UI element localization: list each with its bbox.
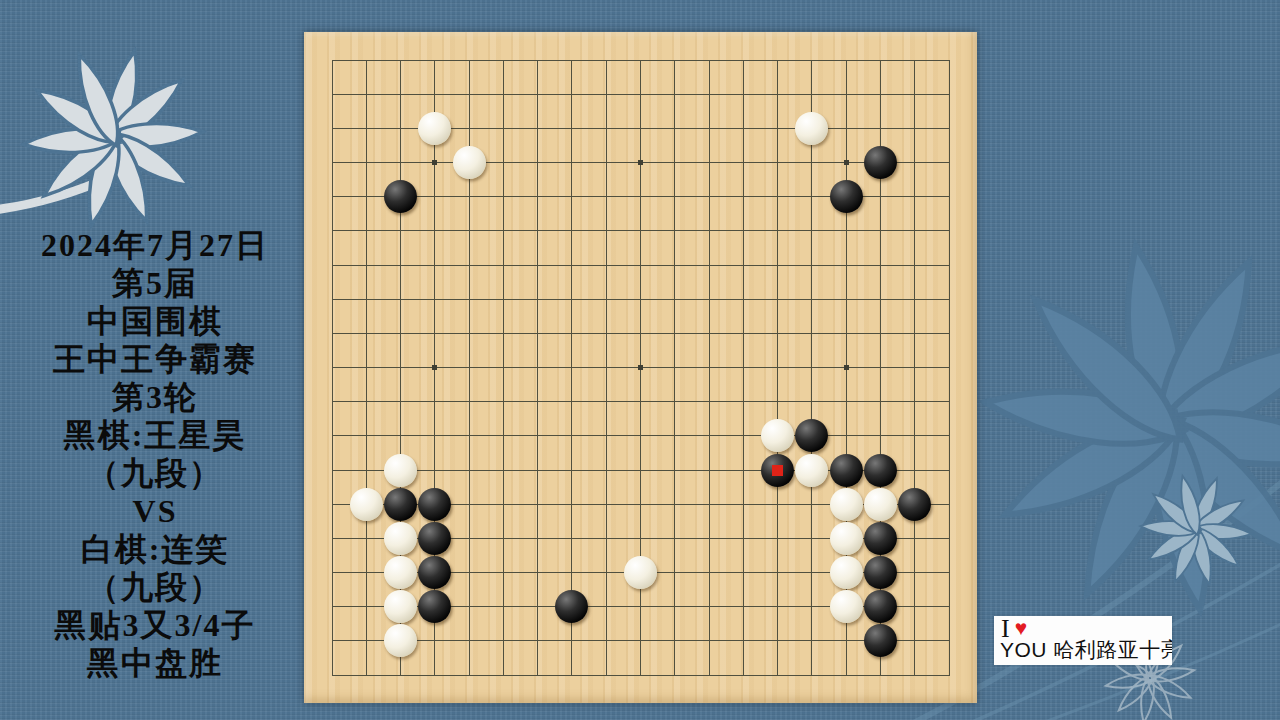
grid-line-horizontal xyxy=(332,265,950,266)
stone-black: ● xyxy=(864,556,897,589)
grid-line-horizontal xyxy=(332,401,950,402)
flower-small xyxy=(1124,458,1268,603)
stone-black: ● xyxy=(418,590,451,623)
star-point xyxy=(844,160,849,165)
stone-white: ○ xyxy=(761,419,794,452)
game-info-panel: 2024年7月27日 第5届 中国围棋 王中王争霸赛 第3轮 黑棋:王星昊 （九… xyxy=(4,226,306,682)
flower-top-left xyxy=(5,29,222,247)
flower-petal xyxy=(1140,519,1202,538)
info-komi: 黑贴3又3/4子 xyxy=(4,606,306,644)
flower-petal xyxy=(982,379,1188,454)
stone-white: ○ xyxy=(830,590,863,623)
stone-black: ● xyxy=(864,522,897,555)
stone-white: ○ xyxy=(830,556,863,589)
flower-petal xyxy=(68,50,126,150)
grid-line-vertical xyxy=(709,60,710,676)
flower-petal xyxy=(1019,283,1197,457)
stone-black: ● xyxy=(555,590,588,623)
stone-black: ● xyxy=(384,488,417,521)
flower-petal xyxy=(1145,521,1204,565)
info-black-player: 黑棋:王星昊 xyxy=(4,416,306,454)
flower-stem xyxy=(0,176,112,210)
flower-petal xyxy=(1168,523,1204,585)
stone-white: ○ xyxy=(795,454,828,487)
flower-petal xyxy=(37,124,127,205)
stone-white: ○ xyxy=(384,522,417,555)
stone-white: ○ xyxy=(350,488,383,521)
stone-white: ○ xyxy=(864,488,897,521)
grid-line-vertical xyxy=(332,60,333,676)
info-event1: 第5届 xyxy=(4,264,306,302)
flower-petal xyxy=(99,126,157,226)
grid-line-horizontal xyxy=(332,435,950,436)
flower-petal xyxy=(1105,672,1155,692)
grid-line-vertical xyxy=(366,60,367,676)
info-black-rank: （九段） xyxy=(4,454,306,492)
star-point xyxy=(638,160,643,165)
flower-petal xyxy=(99,71,189,152)
grid-line-vertical xyxy=(606,60,607,676)
info-vs: VS xyxy=(4,492,306,530)
flower-petal xyxy=(1188,523,1217,585)
flower-petal xyxy=(1191,522,1253,541)
star-point xyxy=(638,365,643,370)
grid-line-vertical xyxy=(571,60,572,676)
grid-line-vertical xyxy=(777,60,778,676)
stone-white: ○ xyxy=(384,624,417,657)
stone-black: ● xyxy=(864,590,897,623)
stone-black: ● xyxy=(864,624,897,657)
flower-petal xyxy=(1143,672,1176,720)
grid-line-vertical xyxy=(949,60,950,676)
stone-white: ○ xyxy=(830,522,863,555)
flower-petal xyxy=(80,127,126,228)
watermark-line2: YOU 哈利路亚十亮 xyxy=(1000,637,1172,663)
go-board: ○○○●●●○●○●○●●○●●○○●○●○●○●○○●○●●○●○● xyxy=(304,32,977,703)
grid-line-horizontal xyxy=(332,333,950,334)
stone-white: ○ xyxy=(418,112,451,145)
stone-white: ○ xyxy=(830,488,863,521)
grid-line-horizontal xyxy=(332,230,950,231)
flower-petal xyxy=(1138,673,1156,720)
stone-black: ● xyxy=(418,556,451,589)
grid-line-vertical xyxy=(743,60,744,676)
info-white-rank: （九段） xyxy=(4,568,306,606)
info-event2: 中国围棋 xyxy=(4,302,306,340)
flower-petal xyxy=(100,124,195,196)
flower-petal xyxy=(1149,489,1205,539)
grid-line-vertical xyxy=(811,60,812,676)
stone-white: ○ xyxy=(384,556,417,589)
grid-line-vertical xyxy=(537,60,538,676)
stone-black: ● xyxy=(864,146,897,179)
info-result: 黑中盘胜 xyxy=(4,644,306,682)
watermark-cn: 哈利路亚十亮 xyxy=(1053,638,1172,661)
flower-petal xyxy=(994,399,1194,535)
stone-white: ○ xyxy=(624,556,657,589)
flower-petal xyxy=(1066,403,1197,605)
star-point xyxy=(844,365,849,370)
stone-white: ○ xyxy=(384,454,417,487)
flower-large xyxy=(956,215,1280,642)
grid-line-horizontal xyxy=(332,675,950,676)
star-point xyxy=(432,160,437,165)
stone-white: ○ xyxy=(384,590,417,623)
flower-petal xyxy=(1145,664,1195,684)
grid-line-horizontal xyxy=(332,94,950,95)
watermark-you: YOU xyxy=(1000,638,1047,661)
info-round: 第3轮 xyxy=(4,378,306,416)
info-event3: 王中王争霸赛 xyxy=(4,340,306,378)
flower-petal xyxy=(1139,252,1270,454)
flower-petal xyxy=(31,80,126,152)
flower-petal xyxy=(1188,494,1247,538)
grid-line-vertical xyxy=(674,60,675,676)
flower-petal xyxy=(1188,521,1244,571)
flower-petal xyxy=(1142,408,1224,614)
flower-petal xyxy=(104,120,203,150)
flower-petal xyxy=(1112,242,1194,448)
grid-line-horizontal xyxy=(332,299,950,300)
stone-white: ○ xyxy=(795,112,828,145)
grid-line-vertical xyxy=(914,60,915,676)
stone-white: ○ xyxy=(453,146,486,179)
last-move-marker xyxy=(772,465,783,476)
grid-line-horizontal xyxy=(332,640,950,641)
flower-petal xyxy=(1144,671,1193,703)
flower-petal xyxy=(1115,671,1157,714)
flower-petal xyxy=(1187,476,1223,538)
stone-black: ● xyxy=(418,522,451,555)
flower-petal xyxy=(1142,320,1280,456)
scene: 2024年7月27日 第5届 中国围棋 王中王争霸赛 第3轮 黑棋:王星昊 （九… xyxy=(0,0,1280,720)
star-point xyxy=(432,365,437,370)
flower-petal xyxy=(1148,402,1280,477)
stone-black: ● xyxy=(864,454,897,487)
stone-black: ● xyxy=(830,454,863,487)
info-white-player: 白棋:连笑 xyxy=(4,530,306,568)
stone-black: ● xyxy=(418,488,451,521)
grid-line-vertical xyxy=(503,60,504,676)
flower-petal xyxy=(22,126,121,156)
stone-black: ● xyxy=(830,180,863,213)
watermark: I♥ YOU 哈利路亚十亮 xyxy=(994,616,1172,665)
stone-black: ● xyxy=(795,419,828,452)
flower-petal xyxy=(1175,474,1204,536)
grid-line-horizontal xyxy=(332,60,950,61)
flower-petal xyxy=(1140,399,1280,573)
info-date: 2024年7月27日 xyxy=(4,226,306,264)
flower-petal xyxy=(100,48,146,149)
stone-black: ● xyxy=(384,180,417,213)
stone-black: ● xyxy=(898,488,931,521)
